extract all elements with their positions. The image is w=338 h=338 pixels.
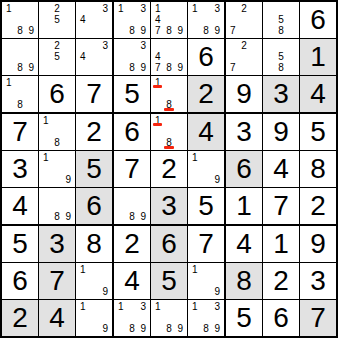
- pencil-marks: 27: [227, 3, 261, 37]
- cell-r7c6[interactable]: 7: [188, 226, 226, 263]
- cell-r2c2[interactable]: 25: [39, 39, 76, 76]
- cell-r3c7[interactable]: 9: [226, 76, 263, 114]
- digit: 5: [12, 230, 28, 258]
- digit: 7: [86, 80, 102, 108]
- pencil-marks: 89: [3, 40, 37, 74]
- candidate-5: 5: [51, 51, 62, 62]
- candidate-9: 9: [138, 26, 149, 37]
- candidate-1: 1: [152, 301, 163, 312]
- digit: 3: [273, 80, 289, 108]
- cell-r9c6[interactable]: 1389: [188, 300, 226, 336]
- cell-r9c5[interactable]: 189: [151, 300, 188, 336]
- candidate-1: 1: [189, 152, 200, 163]
- cell-r2c7[interactable]: 27: [226, 39, 263, 76]
- digit: 6: [198, 43, 214, 71]
- cell-r3c2[interactable]: 6: [39, 76, 76, 114]
- candidate-8: 8: [126, 324, 137, 335]
- digit: 3: [236, 118, 252, 146]
- digit: 9: [236, 80, 252, 108]
- digit: 2: [12, 304, 28, 332]
- candidate-9: 9: [26, 63, 37, 74]
- digit: 8: [236, 267, 252, 295]
- candidate-8: 8: [200, 324, 211, 335]
- candidate-8: 8: [163, 138, 174, 149]
- candidate-4: 4: [152, 14, 163, 25]
- cell-r4c6[interactable]: 4: [188, 114, 226, 151]
- pencil-marks: 19: [189, 264, 223, 298]
- pencil-marks: 18: [40, 115, 74, 149]
- candidate-8: 8: [163, 100, 174, 111]
- candidate-5: 5: [275, 51, 286, 62]
- cell-r4c4[interactable]: 6: [114, 114, 151, 151]
- candidate-9: 9: [212, 287, 223, 298]
- cell-r8c3[interactable]: 19: [76, 263, 114, 300]
- candidate-9: 9: [63, 175, 74, 186]
- cell-r4c8[interactable]: 9: [263, 114, 300, 151]
- cell-r5c9[interactable]: 8: [300, 151, 336, 188]
- cell-r3c1[interactable]: 18: [2, 76, 39, 114]
- cell-r2c1[interactable]: 89: [2, 39, 39, 76]
- pencil-marks: 1389: [189, 3, 223, 37]
- cell-r8c2[interactable]: 7: [39, 263, 76, 300]
- pencil-marks: 19: [189, 152, 223, 186]
- digit: 3: [49, 230, 65, 258]
- pencil-marks: 19: [40, 152, 74, 186]
- cell-r2c6[interactable]: 6: [188, 39, 226, 76]
- cell-r8c7[interactable]: 8: [226, 263, 263, 300]
- pencil-marks: 89: [40, 189, 74, 223]
- pencil-marks: 4789: [152, 40, 186, 74]
- cell-r6c4[interactable]: 89: [114, 188, 151, 226]
- pencil-marks: 58: [264, 40, 298, 74]
- cell-r1c1[interactable]: 189: [2, 2, 39, 39]
- cell-r5c6[interactable]: 19: [188, 151, 226, 188]
- cell-r7c1[interactable]: 5: [2, 226, 39, 263]
- candidate-1: 1: [189, 3, 200, 14]
- candidate-1: 1: [152, 115, 163, 126]
- cell-r4c5[interactable]: 18: [151, 114, 188, 151]
- digit: 5: [198, 192, 214, 220]
- digit: 5: [86, 155, 102, 183]
- cell-r3c4[interactable]: 5: [114, 76, 151, 114]
- candidate-7: 7: [227, 26, 238, 37]
- candidate-4: 4: [77, 14, 88, 25]
- cell-r5c5[interactable]: 2: [151, 151, 188, 188]
- cell-r6c3[interactable]: 6: [76, 188, 114, 226]
- candidate-9: 9: [212, 26, 223, 37]
- digit: 5: [124, 80, 140, 108]
- digit: 2: [198, 80, 214, 108]
- digit: 4: [236, 230, 252, 258]
- cell-r8c1[interactable]: 6: [2, 263, 39, 300]
- candidate-8: 8: [51, 138, 62, 149]
- candidate-8: 8: [14, 63, 25, 74]
- digit: 6: [124, 118, 140, 146]
- cell-r6c7[interactable]: 1: [226, 188, 263, 226]
- digit: 6: [273, 304, 289, 332]
- pencil-marks: 25: [40, 3, 74, 37]
- candidate-1: 1: [152, 3, 163, 14]
- cell-r8c6[interactable]: 19: [188, 263, 226, 300]
- candidate-7: 7: [227, 63, 238, 74]
- digit: 4: [124, 267, 140, 295]
- cell-r3c8[interactable]: 3: [263, 76, 300, 114]
- cell-r1c5[interactable]: 14789: [151, 2, 188, 39]
- digit: 6: [310, 6, 326, 34]
- pencil-marks: 189: [152, 301, 186, 335]
- cell-r9c3[interactable]: 19: [76, 300, 114, 336]
- candidate-9: 9: [100, 324, 111, 335]
- digit: 2: [310, 192, 326, 220]
- cell-r9c7[interactable]: 5: [226, 300, 263, 336]
- candidate-9: 9: [138, 212, 149, 223]
- cell-r5c2[interactable]: 19: [39, 151, 76, 188]
- candidate-9: 9: [100, 287, 111, 298]
- cell-r9c9[interactable]: 7: [300, 300, 336, 336]
- digit: 1: [310, 43, 326, 71]
- cell-r6c2[interactable]: 89: [39, 188, 76, 226]
- candidate-1: 1: [77, 264, 88, 275]
- cell-r1c3[interactable]: 34: [76, 2, 114, 39]
- cell-r1c4[interactable]: 1389: [114, 2, 151, 39]
- pencil-marks: 1389: [115, 301, 149, 335]
- candidate-1: 1: [40, 115, 51, 126]
- cell-r8c9[interactable]: 3: [300, 263, 336, 300]
- digit: 9: [310, 230, 326, 258]
- candidate-1: 1: [115, 301, 126, 312]
- digit: 5: [310, 118, 326, 146]
- cell-r1c9[interactable]: 6: [300, 2, 336, 39]
- candidate-8: 8: [275, 26, 286, 37]
- candidate-8: 8: [275, 63, 286, 74]
- cell-r2c8[interactable]: 58: [263, 39, 300, 76]
- digit: 6: [12, 267, 28, 295]
- candidate-1: 1: [3, 77, 14, 88]
- candidate-1: 1: [3, 3, 14, 14]
- digit: 2: [124, 230, 140, 258]
- candidate-9: 9: [26, 26, 37, 37]
- digit: 7: [310, 304, 326, 332]
- candidate-3: 3: [138, 301, 149, 312]
- cell-r5c3[interactable]: 5: [76, 151, 114, 188]
- cell-r9c1[interactable]: 2: [2, 300, 39, 336]
- digit: 8: [86, 230, 102, 258]
- cell-r2c9[interactable]: 1: [300, 39, 336, 76]
- digit: 6: [86, 192, 102, 220]
- pencil-marks: 58: [264, 3, 298, 37]
- candidate-5: 5: [51, 14, 62, 25]
- cell-r6c8[interactable]: 7: [263, 188, 300, 226]
- candidate-9: 9: [212, 324, 223, 335]
- digit: 6: [161, 230, 177, 258]
- cell-r3c6[interactable]: 2: [188, 76, 226, 114]
- pencil-marks: 25: [40, 40, 74, 74]
- pencil-marks: 389: [115, 40, 149, 74]
- cell-r6c1[interactable]: 4: [2, 188, 39, 226]
- cell-r6c5[interactable]: 3: [151, 188, 188, 226]
- digit: 1: [273, 230, 289, 258]
- pencil-marks: 34: [77, 40, 111, 74]
- candidate-7: 7: [152, 26, 163, 37]
- candidate-9: 9: [175, 324, 186, 335]
- digit: 6: [236, 155, 252, 183]
- cell-r3c9[interactable]: 4: [300, 76, 336, 114]
- candidate-1: 1: [40, 152, 51, 163]
- digit: 5: [161, 267, 177, 295]
- candidate-9: 9: [63, 212, 74, 223]
- digit: 7: [124, 155, 140, 183]
- cell-r4c1[interactable]: 7: [2, 114, 39, 151]
- candidate-2: 2: [51, 40, 62, 51]
- cell-r3c3[interactable]: 7: [76, 76, 114, 114]
- candidate-9: 9: [212, 175, 223, 186]
- pencil-marks: 18: [152, 77, 186, 111]
- pencil-marks: 14789: [152, 3, 186, 37]
- digit: 2: [161, 155, 177, 183]
- cell-r7c4[interactable]: 2: [114, 226, 151, 263]
- candidate-1: 1: [77, 301, 88, 312]
- candidate-8: 8: [163, 324, 174, 335]
- sudoku-board: 1892534138914789138927586892534389478962…: [0, 0, 338, 338]
- cell-r2c4[interactable]: 389: [114, 39, 151, 76]
- cell-r2c5[interactable]: 4789: [151, 39, 188, 76]
- cell-r4c3[interactable]: 2: [76, 114, 114, 151]
- pencil-marks: 1389: [189, 301, 223, 335]
- cell-r7c8[interactable]: 1: [263, 226, 300, 263]
- candidate-8: 8: [126, 212, 137, 223]
- cell-r5c4[interactable]: 7: [114, 151, 151, 188]
- pencil-marks: 189: [3, 3, 37, 37]
- cell-r6c6[interactable]: 5: [188, 188, 226, 226]
- cell-r1c7[interactable]: 27: [226, 2, 263, 39]
- digit: 3: [161, 192, 177, 220]
- digit: 4: [49, 304, 65, 332]
- cell-r1c2[interactable]: 25: [39, 2, 76, 39]
- digit: 4: [12, 192, 28, 220]
- candidate-9: 9: [138, 63, 149, 74]
- candidate-7: 7: [152, 63, 163, 74]
- pencil-marks: 27: [227, 40, 261, 74]
- candidate-8: 8: [126, 26, 137, 37]
- candidate-3: 3: [212, 301, 223, 312]
- pencil-marks: 18: [3, 77, 37, 111]
- digit: 1: [236, 192, 252, 220]
- digit: 4: [310, 80, 326, 108]
- pencil-marks: 19: [77, 301, 111, 335]
- cell-r8c4[interactable]: 4: [114, 263, 151, 300]
- digit: 7: [198, 230, 214, 258]
- digit: 6: [49, 80, 65, 108]
- digit: 8: [310, 155, 326, 183]
- digit: 2: [273, 267, 289, 295]
- pencil-marks: 19: [77, 264, 111, 298]
- cell-r7c5[interactable]: 6: [151, 226, 188, 263]
- candidate-2: 2: [238, 3, 249, 14]
- candidate-3: 3: [100, 40, 111, 51]
- digit: 2: [86, 118, 102, 146]
- candidate-3: 3: [100, 3, 111, 14]
- candidate-8: 8: [200, 26, 211, 37]
- cell-r4c9[interactable]: 5: [300, 114, 336, 151]
- digit: 5: [236, 304, 252, 332]
- digit: 7: [12, 118, 28, 146]
- digit: 4: [273, 155, 289, 183]
- cell-r6c9[interactable]: 2: [300, 188, 336, 226]
- candidate-1: 1: [152, 77, 163, 88]
- candidate-3: 3: [138, 40, 149, 51]
- candidate-2: 2: [238, 40, 249, 51]
- candidate-1: 1: [115, 3, 126, 14]
- cell-r1c8[interactable]: 58: [263, 2, 300, 39]
- cell-r5c7[interactable]: 6: [226, 151, 263, 188]
- cell-r7c2[interactable]: 3: [39, 226, 76, 263]
- cell-r5c8[interactable]: 4: [263, 151, 300, 188]
- digit: 7: [49, 267, 65, 295]
- cell-r7c7[interactable]: 4: [226, 226, 263, 263]
- digit: 7: [273, 192, 289, 220]
- cell-r4c2[interactable]: 18: [39, 114, 76, 151]
- cell-r5c1[interactable]: 3: [2, 151, 39, 188]
- cell-r8c5[interactable]: 5: [151, 263, 188, 300]
- digit: 3: [310, 267, 326, 295]
- cell-r9c4[interactable]: 1389: [114, 300, 151, 336]
- candidate-9: 9: [175, 26, 186, 37]
- cell-r9c2[interactable]: 4: [39, 300, 76, 336]
- digit: 3: [12, 155, 28, 183]
- pencil-marks: 34: [77, 3, 111, 37]
- candidate-8: 8: [163, 63, 174, 74]
- pencil-marks: 18: [152, 115, 186, 149]
- pencil-marks: 89: [115, 189, 149, 223]
- candidate-1: 1: [189, 264, 200, 275]
- candidate-1: 1: [189, 301, 200, 312]
- candidate-3: 3: [138, 3, 149, 14]
- candidate-8: 8: [126, 63, 137, 74]
- cell-r9c8[interactable]: 6: [263, 300, 300, 336]
- candidate-8: 8: [163, 26, 174, 37]
- candidate-5: 5: [275, 14, 286, 25]
- candidate-8: 8: [51, 212, 62, 223]
- candidate-3: 3: [212, 3, 223, 14]
- candidate-2: 2: [51, 3, 62, 14]
- digit: 4: [198, 118, 214, 146]
- pencil-marks: 1389: [115, 3, 149, 37]
- cell-r4c7[interactable]: 3: [226, 114, 263, 151]
- cell-r1c6[interactable]: 1389: [188, 2, 226, 39]
- candidate-4: 4: [77, 51, 88, 62]
- cell-r8c8[interactable]: 2: [263, 263, 300, 300]
- candidate-8: 8: [14, 26, 25, 37]
- candidate-8: 8: [14, 100, 25, 111]
- candidate-9: 9: [138, 324, 149, 335]
- candidate-4: 4: [152, 51, 163, 62]
- digit: 9: [273, 118, 289, 146]
- cell-r2c3[interactable]: 34: [76, 39, 114, 76]
- cell-r3c5[interactable]: 18: [151, 76, 188, 114]
- cell-r7c3[interactable]: 8: [76, 226, 114, 263]
- cell-r7c9[interactable]: 9: [300, 226, 336, 263]
- candidate-9: 9: [175, 63, 186, 74]
